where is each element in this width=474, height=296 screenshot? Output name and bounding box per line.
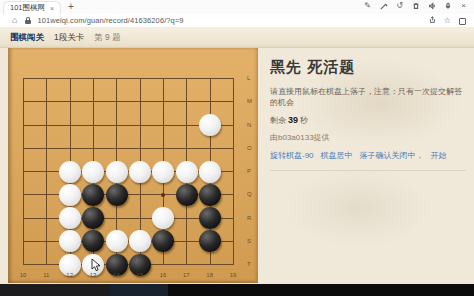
- start-link[interactable]: 开始: [431, 150, 447, 161]
- nav-item-problem-number: 第 9 题: [94, 32, 120, 44]
- center-board-link[interactable]: 棋盘居中: [321, 150, 353, 161]
- stone-black[interactable]: [199, 230, 221, 252]
- timer-seconds: 39: [288, 115, 298, 125]
- nav-item-guan[interactable]: 围棋闯关: [10, 32, 44, 44]
- row-label: R: [247, 215, 251, 221]
- problem-credit: 由b03a0133提供: [270, 132, 466, 143]
- pen-icon[interactable]: ✎: [363, 1, 372, 10]
- close-icon[interactable]: ×: [459, 1, 468, 10]
- home-icon[interactable]: ⌂: [12, 16, 17, 25]
- row-label: S: [247, 238, 251, 244]
- column-label: 13: [90, 272, 97, 278]
- stone-black[interactable]: [82, 184, 104, 206]
- stone-white[interactable]: [59, 207, 81, 229]
- column-label: 10: [20, 272, 27, 278]
- bookmark-star-icon[interactable]: ☆: [444, 17, 451, 25]
- row-label: P: [247, 168, 251, 174]
- stone-black[interactable]: [199, 184, 221, 206]
- row-label: N: [247, 122, 251, 128]
- tab-box-icon[interactable]: [459, 18, 466, 25]
- stone-black[interactable]: [82, 230, 104, 252]
- marker-icon[interactable]: [379, 1, 388, 10]
- stone-white[interactable]: [59, 184, 81, 206]
- row-label: Q: [247, 191, 252, 197]
- url-text[interactable]: 101weiqi.com/guan/record/41636206/?q=9: [37, 16, 183, 25]
- letterbox-segment: [110, 284, 168, 296]
- stone-white[interactable]: [176, 161, 198, 183]
- problem-title: 黑先 死活题: [270, 58, 466, 77]
- problem-instruction: 请直接用鼠标在棋盘上落子，注意：只有一次提交解答的机会: [270, 86, 466, 108]
- go-board[interactable]: 10111213141516171819LMNOPQRST: [8, 48, 258, 283]
- mic-icon[interactable]: [443, 1, 452, 10]
- stone-white[interactable]: [199, 114, 221, 136]
- board-horizontal-line: [23, 101, 234, 102]
- column-label: 17: [183, 272, 190, 278]
- column-label: 12: [66, 272, 73, 278]
- row-label: L: [247, 75, 250, 81]
- tab-title: 101围棋网: [10, 3, 45, 13]
- stone-black[interactable]: [106, 184, 128, 206]
- nav-item-level[interactable]: 1段关卡: [54, 32, 84, 44]
- move-confirm-link[interactable]: 落子确认关闭中，: [360, 150, 424, 161]
- timer: 剩余39秒: [270, 115, 466, 126]
- rotate-board-link[interactable]: 旋转棋盘-90: [270, 150, 314, 161]
- letterbox-bar: [0, 284, 474, 296]
- letterbox-segment: [0, 284, 110, 296]
- new-tab-button[interactable]: +: [68, 1, 74, 12]
- stone-black[interactable]: [152, 230, 174, 252]
- column-label: 18: [206, 272, 213, 278]
- row-label: O: [247, 145, 252, 151]
- column-label: 15: [136, 272, 143, 278]
- browser-tab[interactable]: 101围棋网 ×: [3, 1, 61, 14]
- page-content: 10111213141516171819LMNOPQRST 黑先 死活题 请直接…: [0, 48, 474, 284]
- stone-white[interactable]: [152, 161, 174, 183]
- ink-wash-decoration: [284, 168, 434, 248]
- board-horizontal-line: [23, 78, 234, 79]
- undo-icon[interactable]: ↺: [395, 1, 404, 10]
- recorder-overlay-toolbar: ✎ ↺ ×: [363, 1, 468, 10]
- mouse-cursor: [91, 258, 102, 272]
- stone-white[interactable]: [152, 207, 174, 229]
- stone-black[interactable]: [199, 207, 221, 229]
- row-label: M: [247, 98, 252, 104]
- stone-white[interactable]: [59, 161, 81, 183]
- problem-panel: 黑先 死活题 请直接用鼠标在棋盘上落子，注意：只有一次提交解答的机会 剩余39秒…: [270, 58, 466, 171]
- panel-divider: [270, 170, 466, 171]
- row-label: T: [247, 261, 251, 267]
- stone-white[interactable]: [106, 161, 128, 183]
- tab-close-icon[interactable]: ×: [50, 5, 54, 12]
- site-nav: 围棋闯关 1段关卡 第 9 题: [0, 28, 474, 48]
- share-icon[interactable]: [428, 16, 436, 26]
- address-bar-icons: ☆: [428, 16, 466, 26]
- stone-white[interactable]: [199, 161, 221, 183]
- stone-black[interactable]: [176, 184, 198, 206]
- column-label: 11: [43, 272, 49, 278]
- column-label: 16: [160, 272, 167, 278]
- stone-white[interactable]: [129, 161, 151, 183]
- stone-black[interactable]: [82, 207, 104, 229]
- stone-white[interactable]: [129, 230, 151, 252]
- lock-icon: [25, 17, 31, 24]
- address-bar[interactable]: ⌂ 101weiqi.com/guan/record/41636206/?q=9…: [0, 14, 474, 28]
- stone-white[interactable]: [82, 161, 104, 183]
- trash-icon[interactable]: [411, 1, 420, 10]
- column-label: 14: [113, 272, 120, 278]
- star-point: [161, 193, 165, 197]
- browser-tabstrip: 101围棋网 × + ✎ ↺ ×: [0, 0, 474, 14]
- stone-white[interactable]: [59, 230, 81, 252]
- screen: 101围棋网 × + ✎ ↺ × ⌂ 101weiqi.com/guan/rec…: [0, 0, 474, 296]
- column-label: 19: [230, 272, 237, 278]
- board-option-links: 旋转棋盘-90 棋盘居中 落子确认关闭中， 开始: [270, 150, 466, 161]
- speaker-icon[interactable]: [427, 1, 436, 10]
- stone-white[interactable]: [106, 230, 128, 252]
- board-horizontal-line: [23, 148, 234, 149]
